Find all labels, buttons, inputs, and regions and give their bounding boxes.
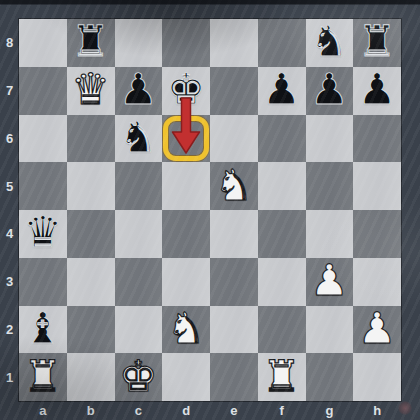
file-label-e: e bbox=[210, 400, 258, 420]
piece-white-knight: ♞ bbox=[215, 164, 254, 207]
square-a1[interactable]: ♜ bbox=[19, 353, 67, 401]
square-b6[interactable] bbox=[67, 115, 115, 163]
square-e4[interactable] bbox=[210, 210, 258, 258]
square-a4[interactable]: ♛ bbox=[19, 210, 67, 258]
square-e5[interactable]: ♞ bbox=[210, 162, 258, 210]
square-h4[interactable] bbox=[353, 210, 401, 258]
piece-black-rook: ♜ bbox=[358, 20, 397, 63]
square-d8[interactable] bbox=[162, 19, 210, 67]
file-label-g: g bbox=[306, 400, 354, 420]
square-h5[interactable] bbox=[353, 162, 401, 210]
square-a2[interactable]: ♝ bbox=[19, 306, 67, 354]
square-a5[interactable] bbox=[19, 162, 67, 210]
piece-black-knight: ♞ bbox=[310, 20, 349, 63]
piece-black-pawn: ♟ bbox=[310, 68, 349, 111]
square-c4[interactable] bbox=[115, 210, 163, 258]
piece-black-queen: ♛ bbox=[24, 211, 63, 254]
square-e1[interactable] bbox=[210, 353, 258, 401]
square-c7[interactable]: ♟ bbox=[115, 67, 163, 115]
file-label-c: c bbox=[115, 400, 163, 420]
square-f4[interactable] bbox=[258, 210, 306, 258]
rank-label-8: 8 bbox=[0, 19, 19, 67]
rank-label-3: 3 bbox=[0, 258, 19, 306]
rank-label-2: 2 bbox=[0, 306, 19, 354]
square-f5[interactable] bbox=[258, 162, 306, 210]
square-h1[interactable] bbox=[353, 353, 401, 401]
piece-white-rook: ♜ bbox=[262, 355, 301, 398]
piece-white-rook: ♜ bbox=[24, 355, 63, 398]
square-a8[interactable] bbox=[19, 19, 67, 67]
square-d2[interactable]: ♞ bbox=[162, 306, 210, 354]
square-f1[interactable]: ♜ bbox=[258, 353, 306, 401]
square-f6[interactable] bbox=[258, 115, 306, 163]
square-b3[interactable] bbox=[67, 258, 115, 306]
file-labels: abcdefgh bbox=[19, 400, 401, 420]
piece-white-pawn: ♟ bbox=[310, 259, 349, 302]
square-a6[interactable] bbox=[19, 115, 67, 163]
square-e7[interactable] bbox=[210, 67, 258, 115]
piece-black-rook: ♜ bbox=[71, 20, 110, 63]
piece-black-king: ♚ bbox=[167, 68, 206, 111]
square-d7[interactable]: ♚ bbox=[162, 67, 210, 115]
square-b2[interactable] bbox=[67, 306, 115, 354]
piece-black-pawn: ♟ bbox=[358, 68, 397, 111]
square-c6[interactable]: ♞ bbox=[115, 115, 163, 163]
square-g8[interactable]: ♞ bbox=[306, 19, 354, 67]
rank-label-7: 7 bbox=[0, 67, 19, 115]
square-b4[interactable] bbox=[67, 210, 115, 258]
square-g4[interactable] bbox=[306, 210, 354, 258]
piece-black-pawn: ♟ bbox=[262, 68, 301, 111]
square-c8[interactable] bbox=[115, 19, 163, 67]
rank-label-5: 5 bbox=[0, 162, 19, 210]
square-c5[interactable] bbox=[115, 162, 163, 210]
square-g2[interactable] bbox=[306, 306, 354, 354]
file-label-d: d bbox=[162, 400, 210, 420]
square-c3[interactable] bbox=[115, 258, 163, 306]
chess-board-screenshot: 87654321 abcdefgh ♜♞♜♛♟♚♟♟♟♞♞♛♟♝♞♟♜♚♜ bbox=[0, 0, 420, 420]
watermark-dot bbox=[398, 401, 412, 415]
move-target-highlight bbox=[163, 116, 209, 162]
square-e8[interactable] bbox=[210, 19, 258, 67]
rank-label-4: 4 bbox=[0, 210, 19, 258]
piece-black-bishop: ♝ bbox=[24, 307, 63, 350]
square-b1[interactable] bbox=[67, 353, 115, 401]
square-d4[interactable] bbox=[162, 210, 210, 258]
square-d6[interactable] bbox=[162, 115, 210, 163]
square-a7[interactable] bbox=[19, 67, 67, 115]
square-f3[interactable] bbox=[258, 258, 306, 306]
square-d5[interactable] bbox=[162, 162, 210, 210]
square-d1[interactable] bbox=[162, 353, 210, 401]
square-h6[interactable] bbox=[353, 115, 401, 163]
rank-labels: 87654321 bbox=[0, 19, 19, 401]
square-c1[interactable]: ♚ bbox=[115, 353, 163, 401]
file-label-b: b bbox=[67, 400, 115, 420]
square-e6[interactable] bbox=[210, 115, 258, 163]
piece-white-pawn: ♟ bbox=[358, 307, 397, 350]
square-g7[interactable]: ♟ bbox=[306, 67, 354, 115]
square-g6[interactable] bbox=[306, 115, 354, 163]
square-e2[interactable] bbox=[210, 306, 258, 354]
piece-black-knight: ♞ bbox=[119, 116, 158, 159]
square-b5[interactable] bbox=[67, 162, 115, 210]
square-a3[interactable] bbox=[19, 258, 67, 306]
square-g5[interactable] bbox=[306, 162, 354, 210]
rank-label-6: 6 bbox=[0, 115, 19, 163]
square-b8[interactable]: ♜ bbox=[67, 19, 115, 67]
square-g3[interactable]: ♟ bbox=[306, 258, 354, 306]
square-g1[interactable] bbox=[306, 353, 354, 401]
file-label-h: h bbox=[353, 400, 401, 420]
square-f8[interactable] bbox=[258, 19, 306, 67]
square-d3[interactable] bbox=[162, 258, 210, 306]
chess-board: ♜♞♜♛♟♚♟♟♟♞♞♛♟♝♞♟♜♚♜ bbox=[19, 19, 401, 401]
piece-white-king: ♚ bbox=[119, 355, 158, 398]
square-c2[interactable] bbox=[115, 306, 163, 354]
file-label-f: f bbox=[258, 400, 306, 420]
square-f7[interactable]: ♟ bbox=[258, 67, 306, 115]
square-h2[interactable]: ♟ bbox=[353, 306, 401, 354]
square-h7[interactable]: ♟ bbox=[353, 67, 401, 115]
piece-white-queen: ♛ bbox=[71, 68, 110, 111]
piece-black-pawn: ♟ bbox=[119, 68, 158, 111]
file-label-a: a bbox=[19, 400, 67, 420]
square-f2[interactable] bbox=[258, 306, 306, 354]
square-h8[interactable]: ♜ bbox=[353, 19, 401, 67]
square-b7[interactable]: ♛ bbox=[67, 67, 115, 115]
square-e3[interactable] bbox=[210, 258, 258, 306]
square-h3[interactable] bbox=[353, 258, 401, 306]
piece-white-knight: ♞ bbox=[167, 307, 206, 350]
rank-label-1: 1 bbox=[0, 353, 19, 401]
